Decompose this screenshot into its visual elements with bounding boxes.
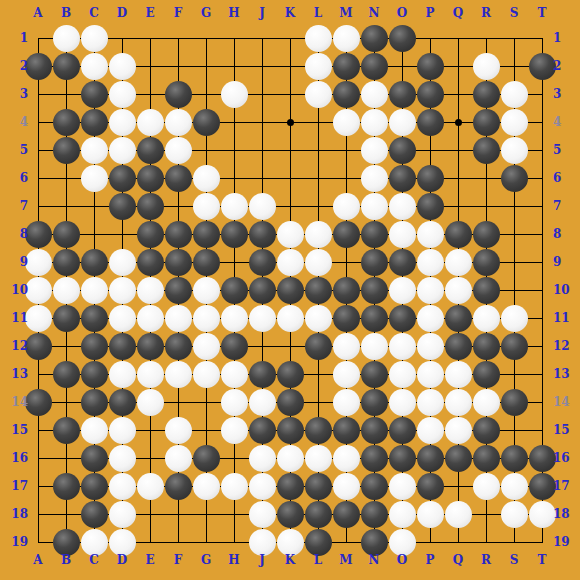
white-stone-D2[interactable] xyxy=(109,53,136,80)
white-stone-J17[interactable] xyxy=(249,473,276,500)
column-label-bottom-Q: Q xyxy=(449,553,467,567)
white-stone-K11[interactable] xyxy=(277,305,304,332)
white-stone-D4[interactable] xyxy=(109,109,136,136)
column-label-top-E: E xyxy=(141,6,159,20)
row-label-left-8: 8 xyxy=(2,227,28,241)
row-label-left-7: 7 xyxy=(2,199,28,213)
row-label-left-1: 1 xyxy=(2,31,28,45)
white-stone-Q10[interactable] xyxy=(445,277,472,304)
black-stone-R3[interactable] xyxy=(473,81,500,108)
black-stone-O3[interactable] xyxy=(389,81,416,108)
black-stone-K17[interactable] xyxy=(277,473,304,500)
white-stone-K16[interactable] xyxy=(277,445,304,472)
white-stone-E4[interactable] xyxy=(137,109,164,136)
black-stone-F6[interactable] xyxy=(165,165,192,192)
white-stone-P9[interactable] xyxy=(417,249,444,276)
white-stone-J18[interactable] xyxy=(249,501,276,528)
black-stone-N15[interactable] xyxy=(361,417,388,444)
black-stone-B9[interactable] xyxy=(53,249,80,276)
black-stone-N19[interactable] xyxy=(361,529,388,556)
white-stone-G11[interactable] xyxy=(193,305,220,332)
white-stone-O8[interactable] xyxy=(389,221,416,248)
black-stone-A2[interactable] xyxy=(25,53,52,80)
column-label-bottom-H: H xyxy=(225,553,243,567)
white-stone-B10[interactable] xyxy=(53,277,80,304)
white-stone-G12[interactable] xyxy=(193,333,220,360)
black-stone-B17[interactable] xyxy=(53,473,80,500)
black-stone-F17[interactable] xyxy=(165,473,192,500)
white-stone-O4[interactable] xyxy=(389,109,416,136)
column-label-top-N: N xyxy=(365,6,383,20)
black-stone-K10[interactable] xyxy=(277,277,304,304)
black-stone-N16[interactable] xyxy=(361,445,388,472)
black-stone-O15[interactable] xyxy=(389,417,416,444)
white-stone-P14[interactable] xyxy=(417,389,444,416)
column-label-top-L: L xyxy=(309,6,327,20)
white-stone-P10[interactable] xyxy=(417,277,444,304)
black-stone-D12[interactable] xyxy=(109,333,136,360)
white-stone-N7[interactable] xyxy=(361,193,388,220)
black-stone-P3[interactable] xyxy=(417,81,444,108)
black-stone-R5[interactable] xyxy=(473,137,500,164)
black-stone-H12[interactable] xyxy=(221,333,248,360)
white-stone-O18[interactable] xyxy=(389,501,416,528)
white-stone-J14[interactable] xyxy=(249,389,276,416)
column-label-top-J: J xyxy=(253,6,271,20)
black-stone-F10[interactable] xyxy=(165,277,192,304)
white-stone-S17[interactable] xyxy=(501,473,528,500)
white-stone-G10[interactable] xyxy=(193,277,220,304)
white-stone-L3[interactable] xyxy=(305,81,332,108)
row-label-right-10: 10 xyxy=(553,283,579,297)
white-stone-L8[interactable] xyxy=(305,221,332,248)
column-label-bottom-K: K xyxy=(281,553,299,567)
white-stone-C5[interactable] xyxy=(81,137,108,164)
black-stone-C3[interactable] xyxy=(81,81,108,108)
white-stone-C6[interactable] xyxy=(81,165,108,192)
black-stone-S14[interactable] xyxy=(501,389,528,416)
white-stone-S4[interactable] xyxy=(501,109,528,136)
white-stone-F5[interactable] xyxy=(165,137,192,164)
black-stone-C4[interactable] xyxy=(81,109,108,136)
white-stone-O10[interactable] xyxy=(389,277,416,304)
white-stone-H15[interactable] xyxy=(221,417,248,444)
column-label-top-Q: Q xyxy=(449,6,467,20)
white-stone-Q13[interactable] xyxy=(445,361,472,388)
column-label-bottom-E: E xyxy=(141,553,159,567)
column-label-top-A: A xyxy=(29,6,47,20)
row-label-right-4: 4 xyxy=(553,115,579,129)
column-label-bottom-S: S xyxy=(505,553,523,567)
black-stone-R13[interactable] xyxy=(473,361,500,388)
white-stone-P8[interactable] xyxy=(417,221,444,248)
column-label-bottom-R: R xyxy=(477,553,495,567)
black-stone-N8[interactable] xyxy=(361,221,388,248)
white-stone-C19[interactable] xyxy=(81,529,108,556)
black-stone-J8[interactable] xyxy=(249,221,276,248)
black-stone-D14[interactable] xyxy=(109,389,136,416)
white-stone-T18[interactable] xyxy=(529,501,556,528)
white-stone-P13[interactable] xyxy=(417,361,444,388)
black-stone-N10[interactable] xyxy=(361,277,388,304)
black-stone-L10[interactable] xyxy=(305,277,332,304)
row-label-right-14: 14 xyxy=(553,395,579,409)
black-stone-G16[interactable] xyxy=(193,445,220,472)
white-stone-Q14[interactable] xyxy=(445,389,472,416)
black-stone-E7[interactable] xyxy=(137,193,164,220)
white-stone-G6[interactable] xyxy=(193,165,220,192)
black-stone-K14[interactable] xyxy=(277,389,304,416)
white-stone-L9[interactable] xyxy=(305,249,332,276)
column-label-bottom-M: M xyxy=(337,553,355,567)
white-stone-N12[interactable] xyxy=(361,333,388,360)
black-stone-R16[interactable] xyxy=(473,445,500,472)
black-stone-J13[interactable] xyxy=(249,361,276,388)
row-label-right-15: 15 xyxy=(553,423,579,437)
white-stone-M1[interactable] xyxy=(333,25,360,52)
white-stone-D13[interactable] xyxy=(109,361,136,388)
black-stone-F8[interactable] xyxy=(165,221,192,248)
white-stone-D3[interactable] xyxy=(109,81,136,108)
black-stone-R8[interactable] xyxy=(473,221,500,248)
black-stone-B4[interactable] xyxy=(53,109,80,136)
black-stone-J10[interactable] xyxy=(249,277,276,304)
black-stone-B19[interactable] xyxy=(53,529,80,556)
black-stone-L18[interactable] xyxy=(305,501,332,528)
black-stone-E8[interactable] xyxy=(137,221,164,248)
white-stone-K19[interactable] xyxy=(277,529,304,556)
white-stone-P12[interactable] xyxy=(417,333,444,360)
black-stone-P2[interactable] xyxy=(417,53,444,80)
row-label-left-4: 4 xyxy=(2,115,28,129)
row-label-left-2: 2 xyxy=(2,59,28,73)
black-stone-Q12[interactable] xyxy=(445,333,472,360)
white-stone-S5[interactable] xyxy=(501,137,528,164)
column-label-bottom-J: J xyxy=(253,553,271,567)
white-stone-N5[interactable] xyxy=(361,137,388,164)
black-stone-M8[interactable] xyxy=(333,221,360,248)
black-stone-C13[interactable] xyxy=(81,361,108,388)
black-stone-B15[interactable] xyxy=(53,417,80,444)
white-stone-C10[interactable] xyxy=(81,277,108,304)
white-stone-S18[interactable] xyxy=(501,501,528,528)
white-stone-R11[interactable] xyxy=(473,305,500,332)
row-label-left-9: 9 xyxy=(2,255,28,269)
black-stone-C18[interactable] xyxy=(81,501,108,528)
column-label-bottom-P: P xyxy=(421,553,439,567)
column-label-top-O: O xyxy=(393,6,411,20)
black-stone-N18[interactable] xyxy=(361,501,388,528)
white-stone-N3[interactable] xyxy=(361,81,388,108)
black-stone-C11[interactable] xyxy=(81,305,108,332)
black-stone-N2[interactable] xyxy=(361,53,388,80)
black-stone-Q11[interactable] xyxy=(445,305,472,332)
white-stone-M13[interactable] xyxy=(333,361,360,388)
row-label-right-5: 5 xyxy=(553,143,579,157)
black-stone-C14[interactable] xyxy=(81,389,108,416)
black-stone-B11[interactable] xyxy=(53,305,80,332)
black-stone-F9[interactable] xyxy=(165,249,192,276)
white-stone-J7[interactable] xyxy=(249,193,276,220)
row-label-right-13: 13 xyxy=(553,367,579,381)
black-stone-L15[interactable] xyxy=(305,417,332,444)
black-stone-O9[interactable] xyxy=(389,249,416,276)
white-stone-P15[interactable] xyxy=(417,417,444,444)
white-stone-G7[interactable] xyxy=(193,193,220,220)
row-label-right-18: 18 xyxy=(553,507,579,521)
white-stone-R17[interactable] xyxy=(473,473,500,500)
black-stone-H8[interactable] xyxy=(221,221,248,248)
column-label-top-T: T xyxy=(533,6,551,20)
white-stone-F15[interactable] xyxy=(165,417,192,444)
black-stone-M11[interactable] xyxy=(333,305,360,332)
white-stone-E10[interactable] xyxy=(137,277,164,304)
white-stone-H7[interactable] xyxy=(221,193,248,220)
white-stone-E13[interactable] xyxy=(137,361,164,388)
black-stone-L19[interactable] xyxy=(305,529,332,556)
black-stone-M3[interactable] xyxy=(333,81,360,108)
row-label-left-13: 13 xyxy=(2,367,28,381)
black-stone-M10[interactable] xyxy=(333,277,360,304)
white-stone-O7[interactable] xyxy=(389,193,416,220)
row-label-left-10: 10 xyxy=(2,283,28,297)
white-stone-D11[interactable] xyxy=(109,305,136,332)
white-stone-C2[interactable] xyxy=(81,53,108,80)
black-stone-K15[interactable] xyxy=(277,417,304,444)
column-label-top-P: P xyxy=(421,6,439,20)
white-stone-R2[interactable] xyxy=(473,53,500,80)
black-stone-B5[interactable] xyxy=(53,137,80,164)
white-stone-J16[interactable] xyxy=(249,445,276,472)
white-stone-H3[interactable] xyxy=(221,81,248,108)
row-label-right-1: 1 xyxy=(553,31,579,45)
white-stone-M4[interactable] xyxy=(333,109,360,136)
row-label-left-6: 6 xyxy=(2,171,28,185)
column-label-bottom-B: B xyxy=(57,553,75,567)
black-stone-E12[interactable] xyxy=(137,333,164,360)
black-stone-R12[interactable] xyxy=(473,333,500,360)
black-stone-J9[interactable] xyxy=(249,249,276,276)
black-stone-R10[interactable] xyxy=(473,277,500,304)
white-stone-G17[interactable] xyxy=(193,473,220,500)
white-stone-S11[interactable] xyxy=(501,305,528,332)
black-stone-K18[interactable] xyxy=(277,501,304,528)
white-stone-B1[interactable] xyxy=(53,25,80,52)
black-stone-F12[interactable] xyxy=(165,333,192,360)
white-stone-M17[interactable] xyxy=(333,473,360,500)
white-stone-N6[interactable] xyxy=(361,165,388,192)
row-label-right-19: 19 xyxy=(553,535,579,549)
black-stone-E6[interactable] xyxy=(137,165,164,192)
black-stone-T17[interactable] xyxy=(529,473,556,500)
white-stone-O13[interactable] xyxy=(389,361,416,388)
white-stone-A10[interactable] xyxy=(25,277,52,304)
black-stone-M18[interactable] xyxy=(333,501,360,528)
black-stone-G4[interactable] xyxy=(193,109,220,136)
column-label-top-C: C xyxy=(85,6,103,20)
column-label-top-M: M xyxy=(337,6,355,20)
black-stone-L12[interactable] xyxy=(305,333,332,360)
white-stone-N4[interactable] xyxy=(361,109,388,136)
black-stone-P7[interactable] xyxy=(417,193,444,220)
white-stone-Q18[interactable] xyxy=(445,501,472,528)
white-stone-O17[interactable] xyxy=(389,473,416,500)
white-stone-E11[interactable] xyxy=(137,305,164,332)
white-stone-D16[interactable] xyxy=(109,445,136,472)
row-label-right-7: 7 xyxy=(553,199,579,213)
white-stone-F13[interactable] xyxy=(165,361,192,388)
black-stone-N1[interactable] xyxy=(361,25,388,52)
white-stone-C1[interactable] xyxy=(81,25,108,52)
white-stone-K9[interactable] xyxy=(277,249,304,276)
row-label-right-9: 9 xyxy=(553,255,579,269)
black-stone-C17[interactable] xyxy=(81,473,108,500)
white-stone-F16[interactable] xyxy=(165,445,192,472)
white-stone-P18[interactable] xyxy=(417,501,444,528)
black-stone-P16[interactable] xyxy=(417,445,444,472)
black-stone-S6[interactable] xyxy=(501,165,528,192)
white-stone-D9[interactable] xyxy=(109,249,136,276)
black-stone-K13[interactable] xyxy=(277,361,304,388)
black-stone-N9[interactable] xyxy=(361,249,388,276)
black-stone-R4[interactable] xyxy=(473,109,500,136)
black-stone-A14[interactable] xyxy=(25,389,52,416)
white-stone-A9[interactable] xyxy=(25,249,52,276)
white-stone-A11[interactable] xyxy=(25,305,52,332)
black-stone-N11[interactable] xyxy=(361,305,388,332)
white-stone-G13[interactable] xyxy=(193,361,220,388)
black-stone-H10[interactable] xyxy=(221,277,248,304)
white-stone-O14[interactable] xyxy=(389,389,416,416)
white-stone-D10[interactable] xyxy=(109,277,136,304)
row-label-left-3: 3 xyxy=(2,87,28,101)
white-stone-Q15[interactable] xyxy=(445,417,472,444)
black-stone-P4[interactable] xyxy=(417,109,444,136)
white-stone-M12[interactable] xyxy=(333,333,360,360)
white-stone-L1[interactable] xyxy=(305,25,332,52)
black-stone-Q8[interactable] xyxy=(445,221,472,248)
white-stone-O19[interactable] xyxy=(389,529,416,556)
row-label-left-11: 11 xyxy=(2,311,28,325)
black-stone-E9[interactable] xyxy=(137,249,164,276)
white-stone-L2[interactable] xyxy=(305,53,332,80)
black-stone-N14[interactable] xyxy=(361,389,388,416)
black-stone-B13[interactable] xyxy=(53,361,80,388)
row-label-left-12: 12 xyxy=(2,339,28,353)
black-stone-M2[interactable] xyxy=(333,53,360,80)
black-stone-P17[interactable] xyxy=(417,473,444,500)
white-stone-H11[interactable] xyxy=(221,305,248,332)
black-stone-R9[interactable] xyxy=(473,249,500,276)
black-stone-O11[interactable] xyxy=(389,305,416,332)
white-stone-F11[interactable] xyxy=(165,305,192,332)
black-stone-C12[interactable] xyxy=(81,333,108,360)
black-stone-D6[interactable] xyxy=(109,165,136,192)
white-stone-C15[interactable] xyxy=(81,417,108,444)
black-stone-T2[interactable] xyxy=(529,53,556,80)
black-stone-L17[interactable] xyxy=(305,473,332,500)
white-stone-R14[interactable] xyxy=(473,389,500,416)
black-stone-C16[interactable] xyxy=(81,445,108,472)
white-stone-D15[interactable] xyxy=(109,417,136,444)
column-label-bottom-F: F xyxy=(169,553,187,567)
white-stone-F4[interactable] xyxy=(165,109,192,136)
black-stone-B2[interactable] xyxy=(53,53,80,80)
white-stone-M16[interactable] xyxy=(333,445,360,472)
white-stone-H13[interactable] xyxy=(221,361,248,388)
black-stone-P6[interactable] xyxy=(417,165,444,192)
row-label-left-5: 5 xyxy=(2,143,28,157)
black-stone-F3[interactable] xyxy=(165,81,192,108)
black-stone-G8[interactable] xyxy=(193,221,220,248)
column-label-top-G: G xyxy=(197,6,215,20)
white-stone-L16[interactable] xyxy=(305,445,332,472)
black-stone-S12[interactable] xyxy=(501,333,528,360)
column-label-top-S: S xyxy=(505,6,523,20)
black-stone-M15[interactable] xyxy=(333,417,360,444)
black-stone-B8[interactable] xyxy=(53,221,80,248)
white-stone-H14[interactable] xyxy=(221,389,248,416)
black-stone-C9[interactable] xyxy=(81,249,108,276)
white-stone-J19[interactable] xyxy=(249,529,276,556)
white-stone-D17[interactable] xyxy=(109,473,136,500)
white-stone-D5[interactable] xyxy=(109,137,136,164)
white-stone-D18[interactable] xyxy=(109,501,136,528)
black-stone-T16[interactable] xyxy=(529,445,556,472)
black-stone-J15[interactable] xyxy=(249,417,276,444)
row-label-left-19: 19 xyxy=(2,535,28,549)
black-stone-Q16[interactable] xyxy=(445,445,472,472)
hoshi-point xyxy=(455,119,462,126)
white-stone-H17[interactable] xyxy=(221,473,248,500)
row-label-right-3: 3 xyxy=(553,87,579,101)
go-board[interactable]: AABBCCDDEEFFGGHHJJKKLLMMNNOOPPQQRRSSTT11… xyxy=(0,0,580,580)
black-stone-O5[interactable] xyxy=(389,137,416,164)
white-stone-Q9[interactable] xyxy=(445,249,472,276)
black-stone-E5[interactable] xyxy=(137,137,164,164)
black-stone-S16[interactable] xyxy=(501,445,528,472)
white-stone-O12[interactable] xyxy=(389,333,416,360)
white-stone-S3[interactable] xyxy=(501,81,528,108)
column-label-bottom-N: N xyxy=(365,553,383,567)
row-label-left-16: 16 xyxy=(2,451,28,465)
black-stone-N17[interactable] xyxy=(361,473,388,500)
black-stone-G9[interactable] xyxy=(193,249,220,276)
black-stone-O16[interactable] xyxy=(389,445,416,472)
column-label-top-R: R xyxy=(477,6,495,20)
white-stone-M14[interactable] xyxy=(333,389,360,416)
row-label-left-18: 18 xyxy=(2,507,28,521)
black-stone-R15[interactable] xyxy=(473,417,500,444)
black-stone-O1[interactable] xyxy=(389,25,416,52)
black-stone-O6[interactable] xyxy=(389,165,416,192)
black-stone-A12[interactable] xyxy=(25,333,52,360)
white-stone-J11[interactable] xyxy=(249,305,276,332)
white-stone-L11[interactable] xyxy=(305,305,332,332)
white-stone-M7[interactable] xyxy=(333,193,360,220)
white-stone-P11[interactable] xyxy=(417,305,444,332)
white-stone-K8[interactable] xyxy=(277,221,304,248)
column-label-top-F: F xyxy=(169,6,187,20)
column-label-top-K: K xyxy=(281,6,299,20)
black-stone-D7[interactable] xyxy=(109,193,136,220)
white-stone-E17[interactable] xyxy=(137,473,164,500)
black-stone-A8[interactable] xyxy=(25,221,52,248)
white-stone-D19[interactable] xyxy=(109,529,136,556)
black-stone-N13[interactable] xyxy=(361,361,388,388)
column-label-bottom-O: O xyxy=(393,553,411,567)
white-stone-E14[interactable] xyxy=(137,389,164,416)
